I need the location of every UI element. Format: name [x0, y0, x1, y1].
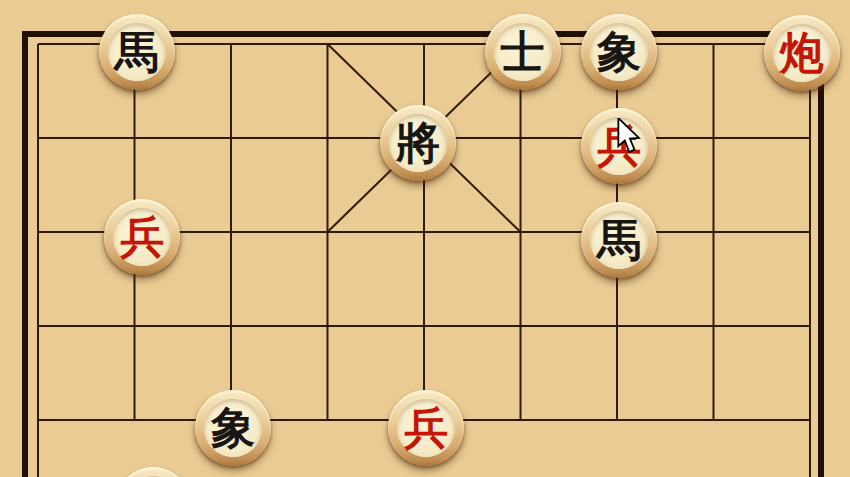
piece-face: 炮	[773, 24, 831, 82]
piece-face: 馬	[108, 23, 166, 81]
red-soldier-piece[interactable]: 兵	[104, 199, 180, 275]
black-advisor-piece[interactable]: 士	[485, 14, 561, 90]
piece-face: 兵	[113, 208, 171, 266]
piece-face: 象	[590, 23, 648, 81]
piece-character: 象	[211, 399, 255, 457]
piece-character: 炮	[780, 24, 824, 82]
piece-character: 士	[501, 23, 545, 81]
black-horse-piece[interactable]: 馬	[99, 14, 175, 90]
piece-face: 象	[204, 399, 262, 457]
piece-character: 馬	[115, 23, 159, 81]
red-soldier-piece[interactable]: 兵	[388, 390, 464, 466]
red-cannon-piece[interactable]: 炮	[764, 15, 840, 91]
xiangqi-board[interactable]: 馬士象兵馬象兵 炮將兵	[0, 0, 850, 477]
black-elephant-piece[interactable]: 象	[195, 390, 271, 466]
piece-character: 馬	[597, 211, 641, 269]
piece-face: 士	[494, 23, 552, 81]
black-general-piece[interactable]: 將	[380, 105, 456, 181]
mouse-cursor-icon	[615, 118, 641, 154]
piece-character: 兵	[404, 399, 448, 457]
piece-character: 將	[396, 114, 440, 172]
black-elephant-piece[interactable]: 象	[581, 14, 657, 90]
piece-face: 馬	[590, 211, 648, 269]
piece-character: 兵	[120, 208, 164, 266]
piece-face: 兵	[397, 399, 455, 457]
piece-face: 將	[389, 114, 447, 172]
black-horse-piece[interactable]: 馬	[581, 202, 657, 278]
piece-character: 象	[597, 23, 641, 81]
